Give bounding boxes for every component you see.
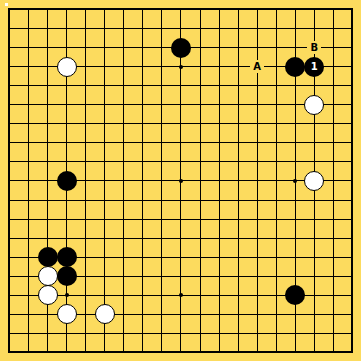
intersection-G16 [114, 57, 133, 76]
intersection-B9 [19, 190, 38, 209]
intersection-F1 [95, 343, 114, 361]
intersection-G1 [114, 343, 133, 361]
intersection-N2 [229, 324, 248, 343]
intersection-R2 [305, 324, 324, 343]
intersection-O7 [248, 229, 267, 248]
intersection-M7 [210, 229, 229, 248]
intersection-A3 [0, 305, 19, 324]
intersection-C19 [38, 0, 57, 19]
intersection-F14 [95, 95, 114, 114]
intersection-Q7 [286, 229, 305, 248]
intersection-H2 [133, 324, 152, 343]
intersection-G7 [114, 229, 133, 248]
intersection-B4 [19, 286, 38, 305]
intersection-L19 [190, 0, 209, 19]
intersection-D10 [57, 171, 76, 190]
intersection-L14 [190, 95, 209, 114]
intersection-M10 [210, 171, 229, 190]
intersection-C8 [38, 210, 57, 229]
intersection-T14 [343, 95, 361, 114]
intersection-A9 [0, 190, 19, 209]
black-stone-D5 [57, 266, 77, 286]
intersection-L5 [190, 267, 209, 286]
intersection-Q11 [286, 152, 305, 171]
intersection-K7 [171, 229, 190, 248]
intersection-Q6 [286, 248, 305, 267]
intersection-O8 [248, 210, 267, 229]
intersection-P15 [267, 76, 286, 95]
intersection-O12 [248, 133, 267, 152]
white-stone-R10 [304, 171, 324, 191]
intersection-B2 [19, 324, 38, 343]
intersection-C3 [38, 305, 57, 324]
intersection-T9 [343, 190, 361, 209]
intersection-O5 [248, 267, 267, 286]
intersection-T11 [343, 152, 361, 171]
intersection-T5 [343, 267, 361, 286]
intersection-S11 [324, 152, 343, 171]
intersection-Q3 [286, 305, 305, 324]
intersection-N19 [229, 0, 248, 19]
intersection-P9 [267, 190, 286, 209]
intersection-G11 [114, 152, 133, 171]
intersection-R17: B [305, 38, 324, 57]
intersection-R10 [305, 171, 324, 190]
intersection-L9 [190, 190, 209, 209]
intersection-M14 [210, 95, 229, 114]
intersection-R3 [305, 305, 324, 324]
intersection-G14 [114, 95, 133, 114]
intersection-C14 [38, 95, 57, 114]
intersection-E12 [76, 133, 95, 152]
intersection-N9 [229, 190, 248, 209]
intersection-M1 [210, 343, 229, 361]
intersection-O18 [248, 19, 267, 38]
intersection-J13 [152, 114, 171, 133]
intersection-P6 [267, 248, 286, 267]
intersection-Q12 [286, 133, 305, 152]
intersection-T1 [343, 343, 361, 361]
intersection-L13 [190, 114, 209, 133]
intersection-Q16 [286, 57, 305, 76]
white-stone-R14 [304, 95, 324, 115]
white-stone-C4 [38, 285, 58, 305]
intersection-P7 [267, 229, 286, 248]
intersection-S5 [324, 267, 343, 286]
intersection-E8 [76, 210, 95, 229]
intersection-E2 [76, 324, 95, 343]
intersection-S6 [324, 248, 343, 267]
intersection-A13 [0, 114, 19, 133]
intersection-B16 [19, 57, 38, 76]
intersection-F9 [95, 190, 114, 209]
intersection-M16 [210, 57, 229, 76]
intersection-B19 [19, 0, 38, 19]
black-stone-Q4 [285, 285, 305, 305]
black-stone-R16: 1 [304, 57, 324, 77]
intersection-A19 [0, 0, 19, 19]
intersection-G5 [114, 267, 133, 286]
intersection-L10 [190, 171, 209, 190]
intersection-O1 [248, 343, 267, 361]
intersection-J6 [152, 248, 171, 267]
intersection-E4 [76, 286, 95, 305]
intersection-S12 [324, 133, 343, 152]
intersection-J17 [152, 38, 171, 57]
intersection-D11 [57, 152, 76, 171]
intersection-O4 [248, 286, 267, 305]
intersection-G13 [114, 114, 133, 133]
intersection-O15 [248, 76, 267, 95]
intersection-O9 [248, 190, 267, 209]
intersection-S1 [324, 343, 343, 361]
intersection-L8 [190, 210, 209, 229]
intersection-L3 [190, 305, 209, 324]
intersection-O17 [248, 38, 267, 57]
intersection-N7 [229, 229, 248, 248]
intersection-S17 [324, 38, 343, 57]
intersection-F18 [95, 19, 114, 38]
intersection-J2 [152, 324, 171, 343]
intersection-C17 [38, 38, 57, 57]
intersection-D15 [57, 76, 76, 95]
intersection-A1 [0, 343, 19, 361]
intersection-M11 [210, 152, 229, 171]
intersection-Q10 [286, 171, 305, 190]
intersection-R13 [305, 114, 324, 133]
intersection-P14 [267, 95, 286, 114]
intersection-C12 [38, 133, 57, 152]
intersection-J19 [152, 0, 171, 19]
intersection-O13 [248, 114, 267, 133]
go-board: BA1 [0, 0, 361, 361]
intersection-F5 [95, 267, 114, 286]
intersection-N14 [229, 95, 248, 114]
intersection-G12 [114, 133, 133, 152]
intersection-F6 [95, 248, 114, 267]
intersection-P13 [267, 114, 286, 133]
intersection-K14 [171, 95, 190, 114]
intersection-N1 [229, 343, 248, 361]
intersection-D19 [57, 0, 76, 19]
intersection-R9 [305, 190, 324, 209]
intersection-N8 [229, 210, 248, 229]
black-stone-C6 [38, 247, 58, 267]
intersection-N10 [229, 171, 248, 190]
intersection-M8 [210, 210, 229, 229]
intersection-D16 [57, 57, 76, 76]
intersection-F15 [95, 76, 114, 95]
intersection-O3 [248, 305, 267, 324]
intersection-A12 [0, 133, 19, 152]
intersection-E19 [76, 0, 95, 19]
intersection-P17 [267, 38, 286, 57]
intersection-K19 [171, 0, 190, 19]
intersection-S4 [324, 286, 343, 305]
intersection-S10 [324, 171, 343, 190]
intersection-E11 [76, 152, 95, 171]
intersection-M12 [210, 133, 229, 152]
intersection-F7 [95, 229, 114, 248]
intersection-K13 [171, 114, 190, 133]
intersection-D12 [57, 133, 76, 152]
intersection-A16 [0, 57, 19, 76]
intersection-N15 [229, 76, 248, 95]
intersection-J9 [152, 190, 171, 209]
intersection-J10 [152, 171, 171, 190]
intersection-K15 [171, 76, 190, 95]
intersection-P18 [267, 19, 286, 38]
intersection-B13 [19, 114, 38, 133]
intersection-A4 [0, 286, 19, 305]
intersection-K1 [171, 343, 190, 361]
black-stone-D6 [57, 247, 77, 267]
intersection-J5 [152, 267, 171, 286]
intersection-H19 [133, 0, 152, 19]
intersection-H7 [133, 229, 152, 248]
intersection-P11 [267, 152, 286, 171]
intersection-H15 [133, 76, 152, 95]
intersection-S19 [324, 0, 343, 19]
intersection-M13 [210, 114, 229, 133]
intersection-M5 [210, 267, 229, 286]
intersection-P4 [267, 286, 286, 305]
intersection-J16 [152, 57, 171, 76]
intersection-E18 [76, 19, 95, 38]
intersection-B12 [19, 133, 38, 152]
intersection-T17 [343, 38, 361, 57]
intersection-K4 [171, 286, 190, 305]
intersection-Q9 [286, 190, 305, 209]
intersection-H10 [133, 171, 152, 190]
intersection-B14 [19, 95, 38, 114]
intersection-C9 [38, 190, 57, 209]
intersection-E6 [76, 248, 95, 267]
intersection-Q19 [286, 0, 305, 19]
intersection-M9 [210, 190, 229, 209]
intersection-O19 [248, 0, 267, 19]
intersection-K9 [171, 190, 190, 209]
intersection-E3 [76, 305, 95, 324]
intersection-N12 [229, 133, 248, 152]
intersection-P12 [267, 133, 286, 152]
intersection-T15 [343, 76, 361, 95]
intersection-D6 [57, 248, 76, 267]
intersection-E9 [76, 190, 95, 209]
intersection-L17 [190, 38, 209, 57]
intersection-R14 [305, 95, 324, 114]
intersection-S3 [324, 305, 343, 324]
intersection-G6 [114, 248, 133, 267]
black-stone-Q16 [285, 57, 305, 77]
intersection-L2 [190, 324, 209, 343]
intersection-K8 [171, 210, 190, 229]
intersection-R5 [305, 267, 324, 286]
intersection-F3 [95, 305, 114, 324]
intersection-A15 [0, 76, 19, 95]
intersection-N16 [229, 57, 248, 76]
intersection-E7 [76, 229, 95, 248]
intersection-N3 [229, 305, 248, 324]
intersection-E10 [76, 171, 95, 190]
intersection-K6 [171, 248, 190, 267]
intersection-Q17 [286, 38, 305, 57]
intersection-C15 [38, 76, 57, 95]
intersection-J8 [152, 210, 171, 229]
intersection-H4 [133, 286, 152, 305]
intersection-Q18 [286, 19, 305, 38]
intersection-B11 [19, 152, 38, 171]
intersection-B17 [19, 38, 38, 57]
intersection-B1 [19, 343, 38, 361]
intersection-T3 [343, 305, 361, 324]
intersection-E14 [76, 95, 95, 114]
intersection-D17 [57, 38, 76, 57]
intersection-K10 [171, 171, 190, 190]
intersection-P19 [267, 0, 286, 19]
intersection-G10 [114, 171, 133, 190]
intersection-P3 [267, 305, 286, 324]
intersection-C18 [38, 19, 57, 38]
intersection-N11 [229, 152, 248, 171]
intersection-A10 [0, 171, 19, 190]
white-stone-F3 [95, 304, 115, 324]
intersection-B10 [19, 171, 38, 190]
white-stone-C5 [38, 266, 58, 286]
intersection-R12 [305, 133, 324, 152]
intersection-A8 [0, 210, 19, 229]
intersection-O2 [248, 324, 267, 343]
intersection-M18 [210, 19, 229, 38]
intersection-D13 [57, 114, 76, 133]
intersection-F19 [95, 0, 114, 19]
intersection-R18 [305, 19, 324, 38]
intersection-R1 [305, 343, 324, 361]
intersection-L6 [190, 248, 209, 267]
intersection-F11 [95, 152, 114, 171]
intersection-O14 [248, 95, 267, 114]
intersection-O16: A [248, 57, 267, 76]
intersection-P2 [267, 324, 286, 343]
intersection-H11 [133, 152, 152, 171]
intersection-H12 [133, 133, 152, 152]
intersection-B3 [19, 305, 38, 324]
point-label-A: A [250, 60, 264, 73]
intersection-L12 [190, 133, 209, 152]
intersection-P10 [267, 171, 286, 190]
intersection-F4 [95, 286, 114, 305]
intersection-J7 [152, 229, 171, 248]
white-stone-D3 [57, 304, 77, 324]
intersection-S18 [324, 19, 343, 38]
intersection-K17 [171, 38, 190, 57]
intersection-D9 [57, 190, 76, 209]
intersection-R6 [305, 248, 324, 267]
white-stone-D16 [57, 57, 77, 77]
intersection-Q14 [286, 95, 305, 114]
intersection-C6 [38, 248, 57, 267]
intersection-Q13 [286, 114, 305, 133]
intersection-D8 [57, 210, 76, 229]
intersection-N5 [229, 267, 248, 286]
intersection-H8 [133, 210, 152, 229]
intersection-P8 [267, 210, 286, 229]
intersection-G9 [114, 190, 133, 209]
intersection-H13 [133, 114, 152, 133]
intersection-F13 [95, 114, 114, 133]
intersection-F2 [95, 324, 114, 343]
intersection-A14 [0, 95, 19, 114]
intersection-J18 [152, 19, 171, 38]
intersection-A18 [0, 19, 19, 38]
intersection-L4 [190, 286, 209, 305]
intersection-K16 [171, 57, 190, 76]
intersection-A5 [0, 267, 19, 286]
intersection-D14 [57, 95, 76, 114]
intersection-R4 [305, 286, 324, 305]
intersection-G4 [114, 286, 133, 305]
intersection-S14 [324, 95, 343, 114]
intersection-T8 [343, 210, 361, 229]
intersection-K5 [171, 267, 190, 286]
intersection-K18 [171, 19, 190, 38]
intersection-C13 [38, 114, 57, 133]
intersection-P5 [267, 267, 286, 286]
intersection-H14 [133, 95, 152, 114]
intersection-Q8 [286, 210, 305, 229]
intersection-C7 [38, 229, 57, 248]
intersection-T4 [343, 286, 361, 305]
intersection-D18 [57, 19, 76, 38]
intersection-M4 [210, 286, 229, 305]
intersection-E16 [76, 57, 95, 76]
black-stone-D10 [57, 171, 77, 191]
intersection-D4 [57, 286, 76, 305]
intersection-A2 [0, 324, 19, 343]
intersection-B18 [19, 19, 38, 38]
intersection-G18 [114, 19, 133, 38]
intersection-F12 [95, 133, 114, 152]
intersection-T10 [343, 171, 361, 190]
intersection-A11 [0, 152, 19, 171]
intersection-E17 [76, 38, 95, 57]
intersection-S15 [324, 76, 343, 95]
intersections-grid: BA1 [0, 0, 361, 361]
intersection-N13 [229, 114, 248, 133]
intersection-Q2 [286, 324, 305, 343]
intersection-G17 [114, 38, 133, 57]
intersection-A7 [0, 229, 19, 248]
intersection-M15 [210, 76, 229, 95]
intersection-M19 [210, 0, 229, 19]
intersection-R7 [305, 229, 324, 248]
intersection-K3 [171, 305, 190, 324]
intersection-R15 [305, 76, 324, 95]
intersection-S16 [324, 57, 343, 76]
intersection-K11 [171, 152, 190, 171]
intersection-J4 [152, 286, 171, 305]
intersection-O11 [248, 152, 267, 171]
intersection-B15 [19, 76, 38, 95]
intersection-T19 [343, 0, 361, 19]
intersection-D5 [57, 267, 76, 286]
intersection-H17 [133, 38, 152, 57]
intersection-R8 [305, 210, 324, 229]
intersection-S2 [324, 324, 343, 343]
intersection-T16 [343, 57, 361, 76]
intersection-T18 [343, 19, 361, 38]
intersection-E5 [76, 267, 95, 286]
